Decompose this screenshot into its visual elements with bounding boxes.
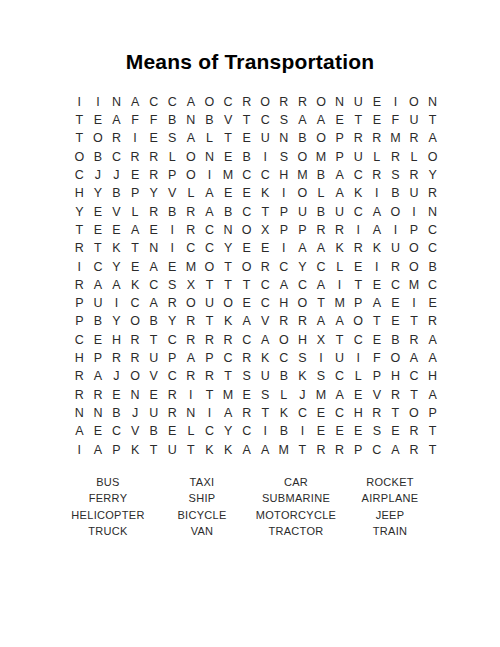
grid-cell[interactable]: L: [163, 148, 182, 166]
grid-cell[interactable]: B: [293, 130, 312, 148]
grid-cell[interactable]: O: [237, 258, 256, 276]
grid-cell[interactable]: M: [312, 386, 331, 404]
grid-cell[interactable]: C: [237, 166, 256, 184]
grid-cell[interactable]: E: [256, 239, 275, 257]
grid-cell[interactable]: R: [200, 367, 219, 385]
grid-cell[interactable]: B: [163, 111, 182, 129]
grid-cell[interactable]: F: [368, 349, 387, 367]
grid-cell[interactable]: I: [275, 239, 294, 257]
grid-cell[interactable]: T: [386, 404, 405, 422]
grid-cell[interactable]: T: [405, 386, 424, 404]
grid-cell[interactable]: P: [163, 166, 182, 184]
grid-cell[interactable]: U: [256, 367, 275, 385]
grid-cell[interactable]: R: [182, 203, 201, 221]
grid-cell[interactable]: R: [237, 93, 256, 111]
grid-cell[interactable]: A: [182, 349, 201, 367]
grid-cell[interactable]: T: [89, 239, 108, 257]
grid-cell[interactable]: P: [126, 184, 145, 202]
grid-cell[interactable]: B: [275, 367, 294, 385]
grid-cell[interactable]: B: [386, 184, 405, 202]
grid-cell[interactable]: T: [219, 276, 238, 294]
grid-cell[interactable]: N: [330, 93, 349, 111]
grid-cell[interactable]: E: [386, 422, 405, 440]
grid-cell[interactable]: C: [275, 349, 294, 367]
grid-cell[interactable]: K: [293, 367, 312, 385]
grid-cell[interactable]: B: [89, 148, 108, 166]
grid-cell[interactable]: I: [405, 203, 424, 221]
grid-cell[interactable]: R: [126, 349, 145, 367]
grid-cell[interactable]: O: [237, 221, 256, 239]
grid-cell[interactable]: J: [107, 367, 126, 385]
grid-cell[interactable]: C: [368, 441, 387, 459]
grid-cell[interactable]: K: [200, 441, 219, 459]
grid-cell[interactable]: R: [144, 148, 163, 166]
grid-cell[interactable]: E: [386, 294, 405, 312]
grid-cell[interactable]: M: [386, 130, 405, 148]
grid-cell[interactable]: C: [163, 93, 182, 111]
grid-cell[interactable]: H: [386, 367, 405, 385]
grid-cell[interactable]: U: [349, 93, 368, 111]
grid-cell[interactable]: C: [144, 276, 163, 294]
grid-cell[interactable]: E: [89, 422, 108, 440]
grid-cell[interactable]: A: [256, 331, 275, 349]
grid-cell[interactable]: O: [405, 258, 424, 276]
grid-cell[interactable]: R: [256, 258, 275, 276]
grid-cell[interactable]: C: [330, 367, 349, 385]
grid-cell[interactable]: N: [275, 130, 294, 148]
grid-cell[interactable]: T: [349, 276, 368, 294]
grid-cell[interactable]: P: [349, 441, 368, 459]
grid-cell[interactable]: F: [126, 111, 145, 129]
grid-cell[interactable]: R: [386, 148, 405, 166]
grid-cell[interactable]: A: [330, 184, 349, 202]
grid-cell[interactable]: E: [312, 422, 331, 440]
grid-cell[interactable]: X: [312, 331, 331, 349]
grid-cell[interactable]: K: [330, 239, 349, 257]
grid-cell[interactable]: E: [330, 422, 349, 440]
grid-cell[interactable]: O: [293, 148, 312, 166]
grid-cell[interactable]: A: [312, 313, 331, 331]
grid-cell[interactable]: C: [107, 148, 126, 166]
grid-cell[interactable]: O: [219, 294, 238, 312]
grid-cell[interactable]: T: [256, 404, 275, 422]
grid-cell[interactable]: I: [275, 184, 294, 202]
grid-cell[interactable]: A: [312, 111, 331, 129]
grid-cell[interactable]: A: [330, 166, 349, 184]
grid-cell[interactable]: E: [144, 221, 163, 239]
grid-cell[interactable]: R: [405, 422, 424, 440]
grid-cell[interactable]: R: [70, 386, 89, 404]
grid-cell[interactable]: B: [163, 203, 182, 221]
grid-cell[interactable]: K: [256, 184, 275, 202]
grid-cell[interactable]: A: [423, 386, 442, 404]
grid-cell[interactable]: A: [423, 130, 442, 148]
grid-cell[interactable]: C: [237, 422, 256, 440]
grid-cell[interactable]: T: [70, 130, 89, 148]
grid-cell[interactable]: R: [107, 349, 126, 367]
grid-cell[interactable]: O: [405, 93, 424, 111]
grid-cell[interactable]: T: [200, 313, 219, 331]
grid-cell[interactable]: R: [423, 313, 442, 331]
grid-cell[interactable]: O: [182, 294, 201, 312]
grid-cell[interactable]: S: [237, 367, 256, 385]
grid-cell[interactable]: J: [107, 166, 126, 184]
grid-cell[interactable]: A: [423, 331, 442, 349]
grid-cell[interactable]: R: [144, 203, 163, 221]
grid-cell[interactable]: R: [312, 441, 331, 459]
grid-cell[interactable]: P: [405, 221, 424, 239]
grid-cell[interactable]: R: [405, 331, 424, 349]
grid-cell[interactable]: F: [386, 111, 405, 129]
grid-cell[interactable]: J: [293, 386, 312, 404]
grid-cell[interactable]: R: [368, 404, 387, 422]
grid-cell[interactable]: K: [126, 441, 145, 459]
grid-cell[interactable]: Y: [163, 313, 182, 331]
grid-cell[interactable]: T: [144, 441, 163, 459]
grid-cell[interactable]: A: [405, 349, 424, 367]
grid-cell[interactable]: H: [293, 331, 312, 349]
grid-cell[interactable]: P: [330, 148, 349, 166]
grid-cell[interactable]: R: [163, 404, 182, 422]
grid-cell[interactable]: C: [200, 422, 219, 440]
grid-cell[interactable]: U: [163, 441, 182, 459]
grid-cell[interactable]: C: [89, 258, 108, 276]
grid-cell[interactable]: A: [256, 441, 275, 459]
grid-cell[interactable]: S: [163, 276, 182, 294]
grid-cell[interactable]: A: [293, 111, 312, 129]
grid-cell[interactable]: P: [275, 221, 294, 239]
grid-cell[interactable]: V: [126, 422, 145, 440]
grid-cell[interactable]: V: [163, 184, 182, 202]
grid-cell[interactable]: O: [275, 331, 294, 349]
grid-cell[interactable]: E: [126, 258, 145, 276]
grid-cell[interactable]: B: [219, 203, 238, 221]
grid-cell[interactable]: S: [386, 166, 405, 184]
grid-cell[interactable]: R: [405, 130, 424, 148]
grid-cell[interactable]: T: [200, 386, 219, 404]
grid-cell[interactable]: N: [423, 203, 442, 221]
grid-cell[interactable]: E: [237, 386, 256, 404]
grid-cell[interactable]: O: [70, 148, 89, 166]
grid-cell[interactable]: M: [219, 166, 238, 184]
grid-cell[interactable]: B: [107, 184, 126, 202]
grid-cell[interactable]: R: [163, 294, 182, 312]
grid-cell[interactable]: H: [70, 184, 89, 202]
grid-cell[interactable]: A: [293, 239, 312, 257]
grid-cell[interactable]: P: [89, 349, 108, 367]
grid-cell[interactable]: A: [368, 294, 387, 312]
grid-cell[interactable]: I: [70, 441, 89, 459]
grid-cell[interactable]: O: [312, 130, 331, 148]
grid-cell[interactable]: M: [275, 441, 294, 459]
grid-cell[interactable]: S: [275, 111, 294, 129]
grid-cell[interactable]: V: [144, 367, 163, 385]
grid-cell[interactable]: Y: [70, 203, 89, 221]
grid-cell[interactable]: U: [386, 239, 405, 257]
grid-cell[interactable]: R: [293, 93, 312, 111]
grid-cell[interactable]: S: [368, 422, 387, 440]
grid-cell[interactable]: T: [70, 111, 89, 129]
grid-cell[interactable]: O: [386, 349, 405, 367]
grid-cell[interactable]: A: [386, 441, 405, 459]
grid-cell[interactable]: O: [256, 93, 275, 111]
grid-cell[interactable]: E: [368, 331, 387, 349]
grid-cell[interactable]: T: [293, 441, 312, 459]
grid-cell[interactable]: U: [293, 203, 312, 221]
grid-cell[interactable]: E: [349, 258, 368, 276]
grid-cell[interactable]: T: [237, 111, 256, 129]
grid-cell[interactable]: Y: [423, 166, 442, 184]
grid-cell[interactable]: I: [349, 349, 368, 367]
grid-cell[interactable]: B: [237, 148, 256, 166]
grid-cell[interactable]: V: [368, 386, 387, 404]
grid-cell[interactable]: J: [126, 404, 145, 422]
grid-cell[interactable]: E: [237, 239, 256, 257]
grid-cell[interactable]: E: [89, 203, 108, 221]
grid-cell[interactable]: C: [237, 203, 256, 221]
grid-cell[interactable]: A: [237, 313, 256, 331]
grid-cell[interactable]: O: [293, 184, 312, 202]
grid-cell[interactable]: N: [182, 404, 201, 422]
grid-cell[interactable]: I: [70, 93, 89, 111]
grid-cell[interactable]: I: [107, 294, 126, 312]
grid-cell[interactable]: I: [330, 276, 349, 294]
grid-cell[interactable]: B: [275, 422, 294, 440]
grid-cell[interactable]: E: [89, 221, 108, 239]
grid-cell[interactable]: R: [182, 221, 201, 239]
grid-cell[interactable]: Y: [107, 258, 126, 276]
grid-cell[interactable]: S: [256, 386, 275, 404]
grid-cell[interactable]: P: [293, 221, 312, 239]
grid-cell[interactable]: B: [423, 258, 442, 276]
grid-cell[interactable]: K: [368, 239, 387, 257]
grid-cell[interactable]: C: [275, 258, 294, 276]
grid-cell[interactable]: I: [256, 148, 275, 166]
grid-cell[interactable]: H: [70, 349, 89, 367]
grid-cell[interactable]: E: [423, 294, 442, 312]
grid-cell[interactable]: R: [349, 239, 368, 257]
grid-cell[interactable]: B: [89, 313, 108, 331]
grid-cell[interactable]: E: [219, 148, 238, 166]
grid-cell[interactable]: A: [200, 184, 219, 202]
grid-cell[interactable]: R: [275, 93, 294, 111]
grid-cell[interactable]: R: [182, 313, 201, 331]
grid-cell[interactable]: L: [182, 184, 201, 202]
grid-cell[interactable]: C: [70, 166, 89, 184]
grid-cell[interactable]: E: [107, 386, 126, 404]
grid-cell[interactable]: A: [70, 422, 89, 440]
grid-cell[interactable]: F: [144, 111, 163, 129]
grid-cell[interactable]: P: [330, 130, 349, 148]
grid-cell[interactable]: U: [144, 349, 163, 367]
grid-cell[interactable]: T: [200, 276, 219, 294]
grid-cell[interactable]: P: [70, 294, 89, 312]
grid-cell[interactable]: I: [368, 184, 387, 202]
grid-cell[interactable]: E: [89, 331, 108, 349]
grid-cell[interactable]: A: [107, 111, 126, 129]
grid-cell[interactable]: C: [349, 331, 368, 349]
grid-cell[interactable]: C: [312, 258, 331, 276]
grid-cell[interactable]: H: [107, 331, 126, 349]
grid-cell[interactable]: C: [144, 93, 163, 111]
grid-cell[interactable]: N: [89, 404, 108, 422]
grid-cell[interactable]: K: [349, 184, 368, 202]
grid-cell[interactable]: O: [126, 367, 145, 385]
grid-cell[interactable]: E: [163, 258, 182, 276]
grid-cell[interactable]: T: [405, 313, 424, 331]
grid-cell[interactable]: K: [126, 276, 145, 294]
grid-cell[interactable]: L: [182, 422, 201, 440]
grid-cell[interactable]: K: [219, 441, 238, 459]
grid-cell[interactable]: E: [89, 111, 108, 129]
grid-cell[interactable]: A: [126, 93, 145, 111]
grid-cell[interactable]: P: [70, 313, 89, 331]
grid-cell[interactable]: A: [107, 276, 126, 294]
grid-cell[interactable]: H: [275, 294, 294, 312]
grid-cell[interactable]: A: [423, 349, 442, 367]
grid-cell[interactable]: Y: [107, 313, 126, 331]
grid-cell[interactable]: A: [275, 276, 294, 294]
grid-cell[interactable]: R: [126, 331, 145, 349]
grid-cell[interactable]: M: [312, 148, 331, 166]
grid-cell[interactable]: S: [275, 148, 294, 166]
grid-cell[interactable]: R: [293, 313, 312, 331]
grid-cell[interactable]: R: [70, 367, 89, 385]
grid-cell[interactable]: I: [312, 349, 331, 367]
grid-cell[interactable]: E: [126, 166, 145, 184]
grid-cell[interactable]: E: [107, 221, 126, 239]
grid-cell[interactable]: N: [70, 404, 89, 422]
grid-cell[interactable]: P: [163, 349, 182, 367]
grid-cell[interactable]: T: [312, 294, 331, 312]
grid-cell[interactable]: A: [312, 239, 331, 257]
grid-cell[interactable]: R: [275, 313, 294, 331]
grid-cell[interactable]: T: [368, 313, 387, 331]
grid-cell[interactable]: A: [200, 203, 219, 221]
grid-cell[interactable]: U: [405, 184, 424, 202]
grid-cell[interactable]: R: [70, 276, 89, 294]
grid-cell[interactable]: R: [126, 148, 145, 166]
grid-cell[interactable]: B: [144, 313, 163, 331]
grid-cell[interactable]: T: [237, 276, 256, 294]
grid-cell[interactable]: A: [330, 386, 349, 404]
grid-cell[interactable]: C: [219, 349, 238, 367]
grid-cell[interactable]: K: [275, 404, 294, 422]
grid-cell[interactable]: N: [182, 111, 201, 129]
grid-cell[interactable]: N: [107, 93, 126, 111]
grid-cell[interactable]: E: [163, 422, 182, 440]
grid-cell[interactable]: P: [423, 404, 442, 422]
grid-cell[interactable]: I: [70, 258, 89, 276]
grid-cell[interactable]: R: [144, 166, 163, 184]
grid-cell[interactable]: B: [144, 422, 163, 440]
grid-cell[interactable]: A: [89, 441, 108, 459]
grid-cell[interactable]: B: [386, 331, 405, 349]
grid-cell[interactable]: R: [349, 130, 368, 148]
grid-cell[interactable]: E: [312, 404, 331, 422]
grid-cell[interactable]: P: [107, 441, 126, 459]
grid-cell[interactable]: L: [349, 367, 368, 385]
grid-cell[interactable]: T: [219, 130, 238, 148]
grid-cell[interactable]: L: [368, 148, 387, 166]
grid-cell[interactable]: I: [386, 221, 405, 239]
grid-cell[interactable]: B: [107, 404, 126, 422]
grid-cell[interactable]: S: [163, 130, 182, 148]
grid-cell[interactable]: C: [256, 276, 275, 294]
grid-cell[interactable]: M: [330, 294, 349, 312]
grid-cell[interactable]: I: [293, 422, 312, 440]
grid-cell[interactable]: K: [219, 313, 238, 331]
grid-cell[interactable]: C: [200, 239, 219, 257]
grid-cell[interactable]: R: [89, 386, 108, 404]
grid-cell[interactable]: O: [423, 148, 442, 166]
grid-cell[interactable]: O: [349, 313, 368, 331]
grid-cell[interactable]: I: [163, 239, 182, 257]
grid-cell[interactable]: R: [107, 130, 126, 148]
grid-cell[interactable]: C: [126, 294, 145, 312]
grid-cell[interactable]: T: [182, 441, 201, 459]
grid-cell[interactable]: R: [405, 166, 424, 184]
grid-cell[interactable]: C: [423, 221, 442, 239]
grid-cell[interactable]: C: [405, 367, 424, 385]
grid-cell[interactable]: Y: [293, 258, 312, 276]
grid-cell[interactable]: E: [368, 276, 387, 294]
grid-cell[interactable]: R: [200, 331, 219, 349]
grid-cell[interactable]: C: [293, 404, 312, 422]
grid-cell[interactable]: R: [219, 331, 238, 349]
grid-cell[interactable]: C: [423, 239, 442, 257]
grid-cell[interactable]: O: [405, 404, 424, 422]
grid-cell[interactable]: E: [144, 130, 163, 148]
grid-cell[interactable]: A: [330, 313, 349, 331]
grid-cell[interactable]: E: [368, 93, 387, 111]
grid-cell[interactable]: A: [312, 276, 331, 294]
grid-cell[interactable]: A: [144, 258, 163, 276]
grid-cell[interactable]: T: [70, 221, 89, 239]
grid-cell[interactable]: O: [182, 166, 201, 184]
grid-cell[interactable]: R: [330, 221, 349, 239]
grid-cell[interactable]: R: [182, 367, 201, 385]
grid-cell[interactable]: H: [349, 404, 368, 422]
grid-cell[interactable]: T: [126, 239, 145, 257]
grid-cell[interactable]: C: [163, 331, 182, 349]
grid-cell[interactable]: C: [293, 276, 312, 294]
grid-cell[interactable]: I: [349, 221, 368, 239]
grid-cell[interactable]: A: [368, 221, 387, 239]
grid-cell[interactable]: A: [219, 404, 238, 422]
grid-cell[interactable]: C: [256, 294, 275, 312]
grid-cell[interactable]: U: [405, 111, 424, 129]
grid-cell[interactable]: B: [312, 203, 331, 221]
grid-cell[interactable]: N: [126, 386, 145, 404]
grid-cell[interactable]: V: [219, 111, 238, 129]
grid-cell[interactable]: C: [107, 422, 126, 440]
grid-cell[interactable]: P: [275, 203, 294, 221]
grid-cell[interactable]: R: [70, 239, 89, 257]
grid-cell[interactable]: R: [405, 441, 424, 459]
grid-cell[interactable]: T: [349, 111, 368, 129]
grid-cell[interactable]: I: [368, 258, 387, 276]
grid-cell[interactable]: R: [386, 258, 405, 276]
grid-cell[interactable]: N: [144, 239, 163, 257]
grid-cell[interactable]: K: [256, 349, 275, 367]
grid-cell[interactable]: A: [126, 221, 145, 239]
grid-cell[interactable]: U: [330, 203, 349, 221]
grid-cell[interactable]: I: [182, 386, 201, 404]
grid-cell[interactable]: N: [219, 221, 238, 239]
grid-cell[interactable]: C: [256, 166, 275, 184]
grid-cell[interactable]: P: [349, 294, 368, 312]
